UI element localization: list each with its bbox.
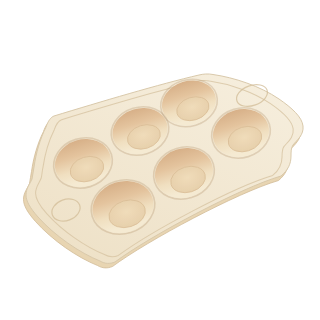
product-photo (0, 0, 320, 320)
muffin-pan-illustration (0, 0, 320, 320)
